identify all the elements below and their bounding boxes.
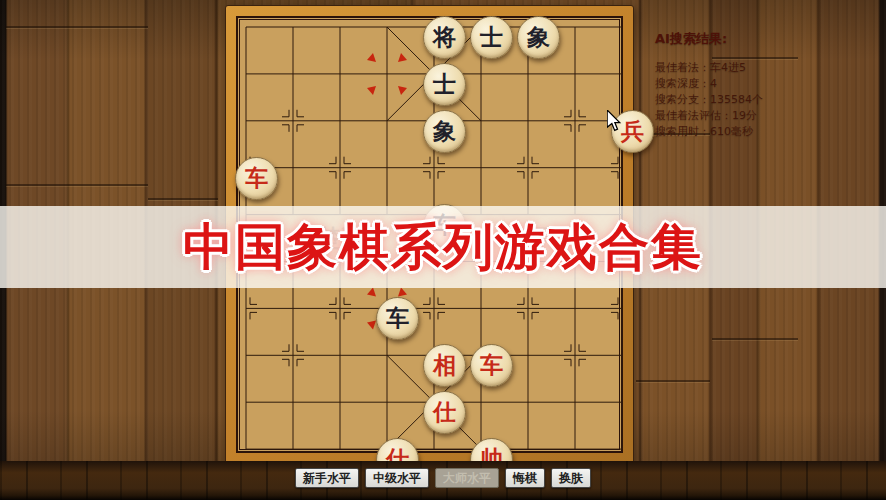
piece-red-advisor[interactable]: 仕 [423,391,466,434]
undo-move-button[interactable]: 悔棋 [505,468,545,488]
ai-result-line: 搜索深度：4 [655,76,870,92]
wood-seam [6,26,148,28]
novice-level-button[interactable]: 新手水平 [295,468,359,488]
ai-result-line: 最佳着法：车4进5 [655,60,870,76]
piece-black-elephant[interactable]: 象 [517,16,560,59]
banner-title: 中国象棋系列游戏合集 [183,214,703,281]
wood-seam [6,184,148,186]
title-banner: 中国象棋系列游戏合集 [0,206,886,288]
piece-black-chariot[interactable]: 车 [376,297,419,340]
piece-black-advisor[interactable]: 士 [423,63,466,106]
ai-result-line: 最佳着法评估：19分 [655,108,870,124]
wood-seam [148,198,218,200]
ai-panel-title: AI搜索结果: [655,30,870,48]
piece-red-chariot[interactable]: 车 [470,344,513,387]
ai-search-panel: AI搜索结果: 最佳着法：车4进5搜索深度：4搜索分支：135584个最佳着法评… [655,30,870,140]
ai-result-line: 搜索用时：610毫秒 [655,124,870,140]
piece-black-elephant[interactable]: 象 [423,110,466,153]
toolbar: 新手水平中级水平大师水平悔棋换肤 [0,468,886,488]
mouse-cursor-icon [607,110,623,136]
wood-seam [712,338,798,340]
piece-red-chariot[interactable]: 车 [235,157,278,200]
change-skin-button[interactable]: 换肤 [551,468,591,488]
intermediate-level-button[interactable]: 中级水平 [365,468,429,488]
ai-result-lines: 最佳着法：车4进5搜索深度：4搜索分支：135584个最佳着法评估：19分搜索用… [655,60,870,140]
piece-red-elephant[interactable]: 相 [423,344,466,387]
piece-black-advisor[interactable]: 士 [470,16,513,59]
master-level-button: 大师水平 [435,468,499,488]
ai-result-line: 搜索分支：135584个 [655,92,870,108]
piece-black-general[interactable]: 将 [423,16,466,59]
